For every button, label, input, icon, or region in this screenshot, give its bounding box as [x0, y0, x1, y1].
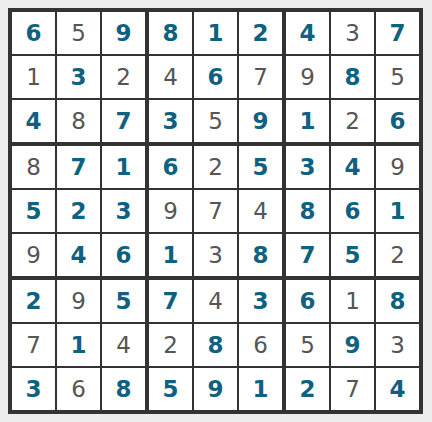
sudoku-board: 6598124371324679854873591268716253495239…: [8, 8, 423, 414]
sudoku-cell-r4c8[interactable]: 4: [331, 146, 376, 190]
sudoku-cell-r8c3[interactable]: 4: [102, 324, 149, 368]
sudoku-cell-r1c1[interactable]: 6: [12, 12, 57, 56]
sudoku-cell-r9c7[interactable]: 2: [286, 368, 331, 410]
sudoku-cell-r5c7[interactable]: 8: [286, 190, 331, 234]
sudoku-cell-r7c4[interactable]: 7: [149, 280, 194, 324]
sudoku-cell-r5c2[interactable]: 2: [57, 190, 102, 234]
sudoku-cell-r4c6[interactable]: 5: [239, 146, 286, 190]
sudoku-cell-r2c3[interactable]: 2: [102, 56, 149, 100]
sudoku-cell-r4c5[interactable]: 2: [194, 146, 239, 190]
sudoku-cell-r2c4[interactable]: 4: [149, 56, 194, 100]
sudoku-cell-r1c8[interactable]: 3: [331, 12, 376, 56]
sudoku-cell-r7c2[interactable]: 9: [57, 280, 102, 324]
sudoku-cell-r3c5[interactable]: 5: [194, 100, 239, 146]
sudoku-cell-r9c2[interactable]: 6: [57, 368, 102, 410]
sudoku-cell-r3c1[interactable]: 4: [12, 100, 57, 146]
sudoku-cell-r6c9[interactable]: 2: [376, 234, 419, 280]
sudoku-cell-r1c6[interactable]: 2: [239, 12, 286, 56]
sudoku-cell-r7c9[interactable]: 8: [376, 280, 419, 324]
sudoku-cell-r5c4[interactable]: 9: [149, 190, 194, 234]
sudoku-cell-r8c1[interactable]: 7: [12, 324, 57, 368]
sudoku-cell-r6c3[interactable]: 6: [102, 234, 149, 280]
sudoku-cell-r3c4[interactable]: 3: [149, 100, 194, 146]
sudoku-cell-r5c1[interactable]: 5: [12, 190, 57, 234]
sudoku-cell-r7c1[interactable]: 2: [12, 280, 57, 324]
sudoku-cell-r9c1[interactable]: 3: [12, 368, 57, 410]
sudoku-cell-r6c4[interactable]: 1: [149, 234, 194, 280]
sudoku-cell-r4c7[interactable]: 3: [286, 146, 331, 190]
sudoku-cell-r8c9[interactable]: 3: [376, 324, 419, 368]
sudoku-cell-r6c7[interactable]: 7: [286, 234, 331, 280]
sudoku-cell-r5c6[interactable]: 4: [239, 190, 286, 234]
sudoku-cell-r1c7[interactable]: 4: [286, 12, 331, 56]
sudoku-cell-r6c2[interactable]: 4: [57, 234, 102, 280]
sudoku-cell-r8c6[interactable]: 6: [239, 324, 286, 368]
sudoku-cell-r2c5[interactable]: 6: [194, 56, 239, 100]
sudoku-cell-r5c8[interactable]: 6: [331, 190, 376, 234]
sudoku-cell-r6c5[interactable]: 3: [194, 234, 239, 280]
sudoku-cell-r6c6[interactable]: 8: [239, 234, 286, 280]
sudoku-cell-r1c9[interactable]: 7: [376, 12, 419, 56]
sudoku-cell-r7c7[interactable]: 6: [286, 280, 331, 324]
sudoku-cell-r5c3[interactable]: 3: [102, 190, 149, 234]
sudoku-cell-r9c9[interactable]: 4: [376, 368, 419, 410]
sudoku-cell-r9c8[interactable]: 7: [331, 368, 376, 410]
sudoku-cell-r7c5[interactable]: 4: [194, 280, 239, 324]
sudoku-cell-r8c5[interactable]: 8: [194, 324, 239, 368]
sudoku-cell-r4c9[interactable]: 9: [376, 146, 419, 190]
sudoku-cell-r4c1[interactable]: 8: [12, 146, 57, 190]
sudoku-cell-r3c2[interactable]: 8: [57, 100, 102, 146]
sudoku-cell-r2c9[interactable]: 5: [376, 56, 419, 100]
sudoku-cell-r8c4[interactable]: 2: [149, 324, 194, 368]
sudoku-cell-r1c2[interactable]: 5: [57, 12, 102, 56]
sudoku-cell-r5c9[interactable]: 1: [376, 190, 419, 234]
sudoku-cell-r4c3[interactable]: 1: [102, 146, 149, 190]
sudoku-cell-r2c2[interactable]: 3: [57, 56, 102, 100]
sudoku-cell-r2c7[interactable]: 9: [286, 56, 331, 100]
sudoku-cell-r1c3[interactable]: 9: [102, 12, 149, 56]
sudoku-cell-r2c8[interactable]: 8: [331, 56, 376, 100]
sudoku-cell-r9c4[interactable]: 5: [149, 368, 194, 410]
sudoku-cell-r4c2[interactable]: 7: [57, 146, 102, 190]
sudoku-cell-r9c6[interactable]: 1: [239, 368, 286, 410]
sudoku-cell-r6c8[interactable]: 5: [331, 234, 376, 280]
sudoku-cell-r9c5[interactable]: 9: [194, 368, 239, 410]
sudoku-cell-r8c2[interactable]: 1: [57, 324, 102, 368]
sudoku-cell-r5c5[interactable]: 7: [194, 190, 239, 234]
sudoku-cell-r4c4[interactable]: 6: [149, 146, 194, 190]
sudoku-cell-r2c1[interactable]: 1: [12, 56, 57, 100]
sudoku-cell-r3c8[interactable]: 2: [331, 100, 376, 146]
sudoku-cell-r7c8[interactable]: 1: [331, 280, 376, 324]
sudoku-cell-r9c3[interactable]: 8: [102, 368, 149, 410]
sudoku-cell-r1c5[interactable]: 1: [194, 12, 239, 56]
sudoku-cell-r7c3[interactable]: 5: [102, 280, 149, 324]
sudoku-cell-r2c6[interactable]: 7: [239, 56, 286, 100]
sudoku-cell-r3c3[interactable]: 7: [102, 100, 149, 146]
sudoku-cell-r3c7[interactable]: 1: [286, 100, 331, 146]
sudoku-cell-r1c4[interactable]: 8: [149, 12, 194, 56]
sudoku-cell-r8c7[interactable]: 5: [286, 324, 331, 368]
sudoku-cell-r8c8[interactable]: 9: [331, 324, 376, 368]
sudoku-cell-r3c6[interactable]: 9: [239, 100, 286, 146]
sudoku-cell-r7c6[interactable]: 3: [239, 280, 286, 324]
sudoku-cell-r3c9[interactable]: 6: [376, 100, 419, 146]
sudoku-cell-r6c1[interactable]: 9: [12, 234, 57, 280]
